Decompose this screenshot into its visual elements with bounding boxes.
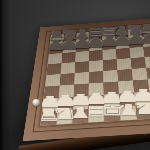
piece-black-pawn[interactable]: ♟: [143, 33, 150, 47]
board-frame: ♜♞♝♛♚♝♞♜♟♟♟♟♟♟♟♟♟♟♟♟♟♟♟♟♜♞♝♛♚♝♞♜: [23, 17, 150, 141]
chess-board: ♜♞♝♛♚♝♞♜♟♟♟♟♟♟♟♟♟♟♟♟♟♟♟♟♜♞♝♛♚♝♞♜: [22, 0, 150, 150]
rook-glyph: ♜: [148, 88, 150, 118]
pawn-glyph: ♟: [139, 23, 150, 47]
scene: ♜♞♝♛♚♝♞♜♟♟♟♟♟♟♟♟♟♟♟♟♟♟♟♟♜♞♝♛♚♝♞♜: [0, 0, 150, 150]
board-perspective-wrap: ♜♞♝♛♚♝♞♜♟♟♟♟♟♟♟♟♟♟♟♟♟♟♟♟♜♞♝♛♚♝♞♜: [22, 0, 150, 150]
pieces-layer: ♜♞♝♛♚♝♞♜♟♟♟♟♟♟♟♟♟♟♟♟♟♟♟♟♜♞♝♛♚♝♞♜: [41, 27, 150, 125]
